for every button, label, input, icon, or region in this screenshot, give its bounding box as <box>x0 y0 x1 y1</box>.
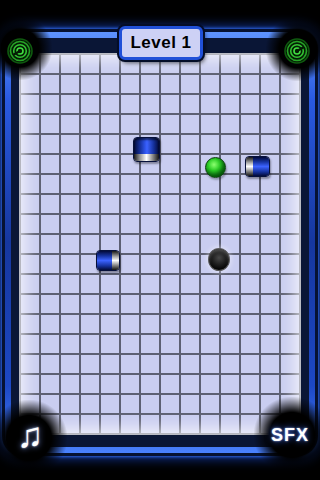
sfx-label: SFX <box>271 425 309 446</box>
silver-cap <box>112 251 119 270</box>
level-label: Level 1 <box>130 33 191 53</box>
game-screen: Level 1 ♫ SFX <box>0 0 320 480</box>
silver-cap <box>134 154 159 161</box>
blue-block-cap-left[interactable] <box>245 156 270 177</box>
music-note-icon: ♫ <box>17 417 43 452</box>
spiral-icon <box>7 38 33 64</box>
spiral-icon <box>284 38 310 64</box>
pieces-layer <box>19 53 301 435</box>
silver-cap <box>246 157 253 176</box>
black-hole <box>208 248 230 271</box>
level-indicator: Level 1 <box>119 26 203 60</box>
blue-body <box>134 138 159 154</box>
music-toggle-button[interactable]: ♫ <box>6 410 54 458</box>
blue-block-cap-down[interactable] <box>133 137 160 162</box>
sfx-toggle-button[interactable]: SFX <box>264 421 316 449</box>
blue-block-cap-right[interactable] <box>96 250 120 271</box>
blue-body <box>253 157 269 176</box>
green-ball[interactable] <box>205 157 226 178</box>
blue-body <box>97 251 112 270</box>
